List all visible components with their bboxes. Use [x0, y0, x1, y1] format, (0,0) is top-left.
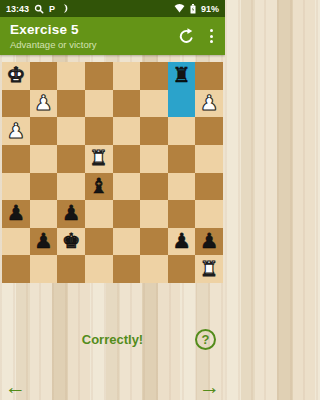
square-g2[interactable]: ♟: [30, 90, 58, 118]
chess-board: ♚♜♟♟♟♜♝♟♟♟♚♟♟♜: [2, 62, 223, 283]
square-f8[interactable]: [57, 255, 85, 283]
square-a3[interactable]: [195, 117, 223, 145]
battery-icon: [190, 4, 196, 14]
square-h6[interactable]: ♟: [2, 200, 30, 228]
square-d3[interactable]: [113, 117, 141, 145]
square-d2[interactable]: [113, 90, 141, 118]
square-a5[interactable]: [195, 173, 223, 201]
square-e1[interactable]: [85, 62, 113, 90]
black-rook-piece: ♜: [172, 64, 191, 85]
square-b7[interactable]: ♟: [168, 228, 196, 256]
white-rook-piece: ♜: [89, 147, 108, 168]
square-a8[interactable]: ♜: [195, 255, 223, 283]
square-a7[interactable]: ♟: [195, 228, 223, 256]
status-time: 13:43: [6, 4, 29, 14]
square-c6[interactable]: [140, 200, 168, 228]
search-icon: [34, 4, 44, 14]
square-d1[interactable]: [113, 62, 141, 90]
square-b8[interactable]: [168, 255, 196, 283]
square-h7[interactable]: [2, 228, 30, 256]
white-king-piece: ♚: [6, 64, 25, 85]
black-pawn-piece: ♟: [34, 230, 53, 251]
square-e2[interactable]: [85, 90, 113, 118]
square-c7[interactable]: [140, 228, 168, 256]
square-h8[interactable]: [2, 255, 30, 283]
page-subtitle: Advantage or victory: [10, 39, 177, 50]
white-rook-piece: ♜: [200, 258, 219, 279]
header-titles: Exercise 5 Advantage or victory: [10, 22, 177, 50]
square-a1[interactable]: [195, 62, 223, 90]
white-pawn-piece: ♟: [34, 92, 53, 113]
square-c2[interactable]: [140, 90, 168, 118]
square-e7[interactable]: [85, 228, 113, 256]
square-e5[interactable]: ♝: [85, 173, 113, 201]
square-b6[interactable]: [168, 200, 196, 228]
page-title: Exercise 5: [10, 22, 177, 37]
black-pawn-piece: ♟: [6, 202, 25, 223]
square-g1[interactable]: [30, 62, 58, 90]
square-d7[interactable]: [113, 228, 141, 256]
black-pawn-piece: ♟: [200, 230, 219, 251]
status-bar: 13:43 P 91%: [0, 0, 225, 17]
feedback-text: Correctly!: [0, 332, 225, 347]
square-a4[interactable]: [195, 145, 223, 173]
square-a2[interactable]: ♟: [195, 90, 223, 118]
help-button[interactable]: ?: [195, 329, 216, 350]
square-f5[interactable]: [57, 173, 85, 201]
square-f3[interactable]: [57, 117, 85, 145]
square-d8[interactable]: [113, 255, 141, 283]
square-h4[interactable]: [2, 145, 30, 173]
black-pawn-piece: ♟: [172, 230, 191, 251]
p-notification-icon: P: [49, 4, 55, 14]
square-c1[interactable]: [140, 62, 168, 90]
square-f2[interactable]: [57, 90, 85, 118]
square-c8[interactable]: [140, 255, 168, 283]
battery-percent: 91%: [201, 4, 219, 14]
square-e3[interactable]: [85, 117, 113, 145]
square-e6[interactable]: [85, 200, 113, 228]
square-g5[interactable]: [30, 173, 58, 201]
square-c3[interactable]: [140, 117, 168, 145]
square-f7[interactable]: ♚: [57, 228, 85, 256]
prev-arrow-icon[interactable]: ←: [5, 376, 26, 397]
square-g6[interactable]: [30, 200, 58, 228]
square-d5[interactable]: [113, 173, 141, 201]
square-b4[interactable]: [168, 145, 196, 173]
square-b2[interactable]: [168, 90, 196, 118]
black-pawn-piece: ♟: [62, 202, 81, 223]
next-arrow-icon[interactable]: →: [199, 376, 220, 397]
refresh-button[interactable]: [177, 27, 196, 46]
square-e4[interactable]: ♜: [85, 145, 113, 173]
black-king-piece: ♚: [62, 230, 81, 251]
app-header: Exercise 5 Advantage or victory: [0, 17, 225, 55]
square-b1[interactable]: ♜: [168, 62, 196, 90]
square-g8[interactable]: [30, 255, 58, 283]
square-g7[interactable]: ♟: [30, 228, 58, 256]
white-pawn-piece: ♟: [200, 92, 219, 113]
wifi-icon: [174, 4, 185, 13]
square-f4[interactable]: [57, 145, 85, 173]
square-d6[interactable]: [113, 200, 141, 228]
square-c5[interactable]: [140, 173, 168, 201]
square-f1[interactable]: [57, 62, 85, 90]
black-bishop-piece: ♝: [89, 175, 108, 196]
square-b3[interactable]: [168, 117, 196, 145]
square-b5[interactable]: [168, 173, 196, 201]
square-h5[interactable]: [2, 173, 30, 201]
square-h1[interactable]: ♚: [2, 62, 30, 90]
square-f6[interactable]: ♟: [57, 200, 85, 228]
square-d4[interactable]: [113, 145, 141, 173]
square-g3[interactable]: [30, 117, 58, 145]
square-e8[interactable]: [85, 255, 113, 283]
square-h3[interactable]: ♟: [2, 117, 30, 145]
square-c4[interactable]: [140, 145, 168, 173]
question-mark-icon: ?: [202, 332, 210, 347]
square-h2[interactable]: [2, 90, 30, 118]
square-a6[interactable]: [195, 200, 223, 228]
overflow-menu-icon[interactable]: [206, 27, 217, 45]
square-g4[interactable]: [30, 145, 58, 173]
moon-icon: [60, 3, 69, 14]
white-pawn-piece: ♟: [6, 120, 25, 141]
